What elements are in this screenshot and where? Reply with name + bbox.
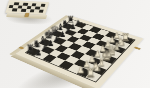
white-pawn[interactable]: ♟ — [77, 66, 85, 75]
board-frame: ♜♟♟♜♞♟♟♞♝♟♟♝♛♟♟♛♚♟♟♚♝♟♟♝♞♟♟♞♜♟♟♜ — [16, 16, 143, 88]
box-lid-square — [38, 10, 43, 13]
folded-chess-box — [7, 0, 48, 19]
black-rook[interactable]: ♜ — [25, 44, 34, 54]
white-rook[interactable]: ♜ — [85, 68, 95, 80]
open-chess-board: ♜♟♟♜♞♟♟♞♝♟♟♝♛♟♟♛♚♟♟♚♝♟♟♝♞♟♟♞♜♟♟♜ — [16, 16, 143, 88]
box-front-edge — [6, 13, 47, 19]
board-grid: ♜♟♟♜♞♟♟♞♝♟♟♝♛♟♟♛♚♟♟♚♝♟♟♝♞♟♟♞♜♟♟♜ — [25, 19, 136, 82]
black-pawn[interactable]: ♟ — [34, 49, 42, 57]
brass-latch-right-icon — [134, 47, 141, 50]
chess-set-product-photo: ♜♟♟♜♞♟♟♞♝♟♟♝♛♟♟♛♚♟♟♚♝♟♟♝♞♟♟♞♜♟♟♜ — [0, 0, 150, 88]
box-lid-grid — [8, 2, 47, 13]
brass-clasp-icon — [25, 13, 30, 17]
